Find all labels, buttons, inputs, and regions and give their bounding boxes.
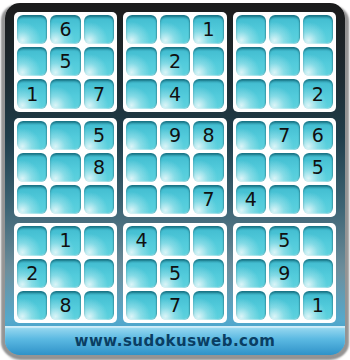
cell-r2c3[interactable] [84, 47, 114, 76]
given-digit: 2 [169, 52, 181, 71]
box-1: 6517 [14, 12, 117, 112]
cell-r1c6[interactable]: 1 [193, 15, 223, 44]
sudoku-page: 65171242589877654128457591 www.sudokuswe… [0, 0, 350, 360]
cell-r3c2[interactable] [50, 79, 80, 108]
cell-r9c2[interactable]: 8 [50, 291, 80, 320]
given-digit: 4 [169, 85, 181, 104]
cell-r8c3[interactable] [84, 259, 114, 288]
cell-r8c8[interactable]: 9 [269, 259, 299, 288]
cell-r1c3[interactable] [84, 15, 114, 44]
cell-r2c7[interactable] [236, 47, 266, 76]
cell-r9c3[interactable] [84, 291, 114, 320]
cell-r6c2[interactable] [50, 185, 80, 214]
given-digit: 4 [245, 190, 257, 209]
cell-r5c7[interactable] [236, 153, 266, 182]
box-4: 58 [14, 118, 117, 218]
cell-r9c4[interactable] [126, 291, 156, 320]
given-digit: 5 [93, 126, 105, 145]
cell-r5c6[interactable] [193, 153, 223, 182]
given-digit: 7 [202, 190, 214, 209]
cell-r2c2[interactable]: 5 [50, 47, 80, 76]
cell-r7c9[interactable] [303, 226, 333, 255]
box-5: 987 [123, 118, 226, 218]
box-7: 128 [14, 223, 117, 323]
given-digit: 2 [26, 264, 38, 283]
given-digit: 5 [60, 52, 72, 71]
cell-r7c3[interactable] [84, 226, 114, 255]
cell-r3c7[interactable] [236, 79, 266, 108]
given-digit: 7 [93, 85, 105, 104]
cell-r5c4[interactable] [126, 153, 156, 182]
cell-r9c9[interactable]: 1 [303, 291, 333, 320]
given-digit: 8 [93, 158, 105, 177]
cell-r2c4[interactable] [126, 47, 156, 76]
given-digit: 4 [136, 231, 148, 250]
cell-r5c8[interactable] [269, 153, 299, 182]
cell-r6c8[interactable] [269, 185, 299, 214]
cell-r9c7[interactable] [236, 291, 266, 320]
cell-r6c6[interactable]: 7 [193, 185, 223, 214]
cell-r8c7[interactable] [236, 259, 266, 288]
cell-r7c2[interactable]: 1 [50, 226, 80, 255]
cell-r1c7[interactable] [236, 15, 266, 44]
given-digit: 8 [202, 126, 214, 145]
given-digit: 9 [278, 264, 290, 283]
box-8: 457 [123, 223, 226, 323]
cell-r9c8[interactable] [269, 291, 299, 320]
given-digit: 6 [60, 20, 72, 39]
given-digit: 1 [60, 231, 72, 250]
sudoku-grid: 65171242589877654128457591 [14, 12, 336, 323]
given-digit: 5 [278, 231, 290, 250]
cell-r2c8[interactable] [269, 47, 299, 76]
cell-r4c8[interactable]: 7 [269, 121, 299, 150]
given-digit: 5 [312, 158, 324, 177]
cell-r2c6[interactable] [193, 47, 223, 76]
box-9: 591 [233, 223, 336, 323]
cell-r4c3[interactable]: 5 [84, 121, 114, 150]
box-3: 2 [233, 12, 336, 112]
cell-r5c1[interactable] [17, 153, 47, 182]
cell-r6c9[interactable] [303, 185, 333, 214]
given-digit: 5 [169, 264, 181, 283]
cell-r5c3[interactable]: 8 [84, 153, 114, 182]
cell-r3c1[interactable]: 1 [17, 79, 47, 108]
cell-r1c2[interactable]: 6 [50, 15, 80, 44]
cell-r1c4[interactable] [126, 15, 156, 44]
cell-r3c3[interactable]: 7 [84, 79, 114, 108]
given-digit: 7 [169, 296, 181, 315]
cell-r2c9[interactable] [303, 47, 333, 76]
cell-r4c7[interactable] [236, 121, 266, 150]
cell-r7c4[interactable]: 4 [126, 226, 156, 255]
given-digit: 2 [312, 85, 324, 104]
cell-r9c1[interactable] [17, 291, 47, 320]
cell-r8c5[interactable]: 5 [160, 259, 190, 288]
cell-r4c5[interactable]: 9 [160, 121, 190, 150]
cell-r9c5[interactable]: 7 [160, 291, 190, 320]
cell-r3c6[interactable] [193, 79, 223, 108]
cell-r4c4[interactable] [126, 121, 156, 150]
cell-r1c9[interactable] [303, 15, 333, 44]
cell-r7c6[interactable] [193, 226, 223, 255]
cell-r3c5[interactable]: 4 [160, 79, 190, 108]
cell-r7c7[interactable] [236, 226, 266, 255]
cell-r8c6[interactable] [193, 259, 223, 288]
cell-r8c4[interactable] [126, 259, 156, 288]
given-digit: 1 [26, 85, 38, 104]
cell-r8c9[interactable] [303, 259, 333, 288]
cell-r8c1[interactable]: 2 [17, 259, 47, 288]
cell-r2c5[interactable]: 2 [160, 47, 190, 76]
cell-r3c8[interactable] [269, 79, 299, 108]
sudoku-board: 65171242589877654128457591 www.sudokuswe… [5, 3, 345, 355]
cell-r3c9[interactable]: 2 [303, 79, 333, 108]
footer-bar: www.sudokusweb.com [5, 326, 345, 355]
box-2: 124 [123, 12, 226, 112]
website-link[interactable]: www.sudokusweb.com [75, 332, 276, 350]
cell-r7c1[interactable] [17, 226, 47, 255]
given-digit: 9 [169, 126, 181, 145]
cell-r1c8[interactable] [269, 15, 299, 44]
cell-r6c1[interactable] [17, 185, 47, 214]
cell-r6c5[interactable] [160, 185, 190, 214]
cell-r5c9[interactable]: 5 [303, 153, 333, 182]
cell-r3c4[interactable] [126, 79, 156, 108]
given-digit: 1 [312, 296, 324, 315]
cell-r2c1[interactable] [17, 47, 47, 76]
cell-r9c6[interactable] [193, 291, 223, 320]
cell-r6c4[interactable] [126, 185, 156, 214]
cell-r5c2[interactable] [50, 153, 80, 182]
cell-r6c7[interactable]: 4 [236, 185, 266, 214]
cell-r1c1[interactable] [17, 15, 47, 44]
cell-r4c9[interactable]: 6 [303, 121, 333, 150]
given-digit: 8 [60, 296, 72, 315]
given-digit: 6 [312, 126, 324, 145]
cell-r7c5[interactable] [160, 226, 190, 255]
given-digit: 1 [202, 20, 214, 39]
cell-r1c5[interactable] [160, 15, 190, 44]
cell-r5c5[interactable] [160, 153, 190, 182]
cell-r4c6[interactable]: 8 [193, 121, 223, 150]
given-digit: 7 [278, 126, 290, 145]
cell-r6c3[interactable] [84, 185, 114, 214]
cell-r4c1[interactable] [17, 121, 47, 150]
cell-r8c2[interactable] [50, 259, 80, 288]
box-6: 7654 [233, 118, 336, 218]
cell-r7c8[interactable]: 5 [269, 226, 299, 255]
cell-r4c2[interactable] [50, 121, 80, 150]
